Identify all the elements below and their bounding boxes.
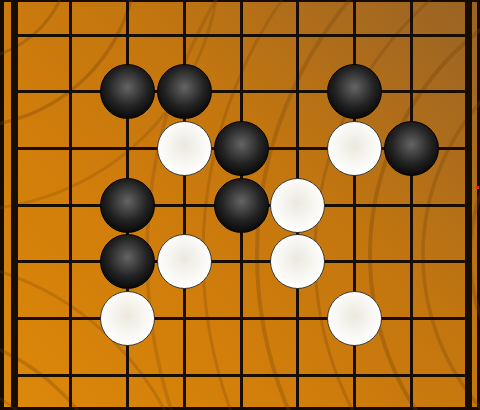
stone-white-G6[interactable] [327,121,382,176]
stone-black-E5[interactable] [214,178,269,233]
grid-line-h-row4 [11,260,472,263]
stone-black-G7[interactable] [327,64,382,119]
stone-black-H6[interactable] [384,121,439,176]
grid-line-h-row3 [11,317,472,320]
grid-line-h-row7 [11,90,472,93]
red-pixel-artifact [476,186,479,189]
stone-black-C4[interactable] [100,234,155,289]
stone-white-G3[interactable] [327,291,382,346]
stone-white-D4[interactable] [157,234,212,289]
stone-black-C5[interactable] [100,178,155,233]
stone-white-C3[interactable] [100,291,155,346]
stone-black-C7[interactable] [100,64,155,119]
grid-line-h-row8 [11,34,472,37]
stone-black-D7[interactable] [157,64,212,119]
stone-white-D6[interactable] [157,121,212,176]
grid-line-h-row2 [11,374,472,377]
stone-black-E6[interactable] [214,121,269,176]
go-board[interactable] [0,0,480,410]
stone-white-F5[interactable] [270,178,325,233]
